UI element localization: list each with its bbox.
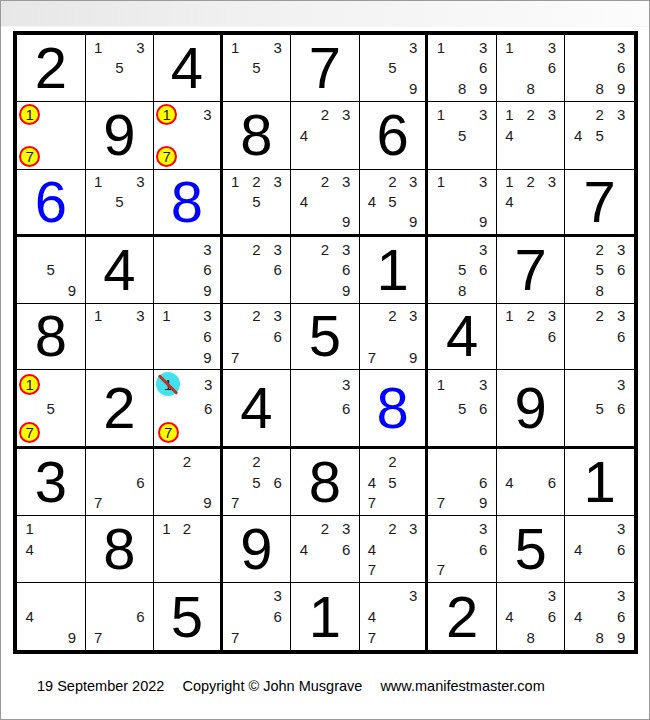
candidate-1: 1 <box>505 40 513 55</box>
cell-r9c6[interactable]: 347 <box>360 583 429 650</box>
cell-r1c9[interactable]: 3689 <box>565 35 634 102</box>
candidate-slot-3: 3 <box>197 104 217 125</box>
candidate-slot-3: 3 <box>541 585 562 606</box>
cell-r6c7[interactable]: 1356 <box>428 370 497 449</box>
candidate-4: 4 <box>368 475 376 490</box>
candidate-slot-7: 7 <box>225 347 246 368</box>
candidate-5: 5 <box>115 194 123 209</box>
candidate-slot-1 <box>88 585 109 606</box>
candidate-slot-2 <box>520 585 541 606</box>
solved-digit: 7 <box>584 173 616 231</box>
candidate-slot-2: 2 <box>589 239 611 260</box>
cell-r2c5[interactable]: 234 <box>291 102 360 170</box>
candidate-slot-6: 6 <box>473 396 494 420</box>
cell-r7c1[interactable]: 3 <box>17 449 86 516</box>
candidate-grid: 139 <box>428 170 496 234</box>
candidate-slot-5 <box>589 58 611 79</box>
candidate-3: 3 <box>203 107 211 122</box>
candidate-slot-2 <box>109 172 130 192</box>
candidate-7: 7 <box>94 495 102 510</box>
candidate-slot-1 <box>499 451 520 472</box>
cell-r8c2[interactable]: 8 <box>86 516 155 583</box>
candidate-grid: 135 <box>86 35 154 101</box>
candidate-slot-9 <box>541 212 562 232</box>
cell-r2c2[interactable]: 9 <box>86 102 155 170</box>
candidate-slot-9: 9 <box>61 280 82 301</box>
candidate-slot-6 <box>403 472 424 493</box>
candidate-6: 6 <box>342 401 350 416</box>
cell-r3c5[interactable]: 2349 <box>291 170 360 237</box>
candidate-grid: 2347 <box>360 516 426 582</box>
cell-r4c9[interactable]: 23568 <box>565 237 634 304</box>
candidate-slot-5 <box>382 539 403 560</box>
cell-r3c4[interactable]: 1235 <box>223 170 292 237</box>
cell-r5c8[interactable]: 1236 <box>497 304 566 371</box>
candidate-slot-6: 6 <box>197 326 218 347</box>
candidate-slot-9: 9 <box>610 78 632 99</box>
candidate-1: 1 <box>437 107 445 122</box>
candidate-slot-2 <box>452 37 473 58</box>
candidate-7: 7 <box>231 630 239 645</box>
cell-r7c4[interactable]: 2567 <box>223 449 292 516</box>
candidate-slot-5 <box>177 472 198 493</box>
candidate-grid: 234 <box>291 102 359 169</box>
candidate-slot-7 <box>430 78 451 99</box>
candidate-grid: 2379 <box>360 304 426 370</box>
candidate-grid: 13689 <box>428 35 496 101</box>
candidate-slot-7 <box>156 280 177 301</box>
candidate-slot-5: 5 <box>382 58 403 79</box>
candidate-slot-7 <box>567 146 589 167</box>
cell-r9c1[interactable]: 49 <box>17 583 86 650</box>
solved-digit: 7 <box>309 39 341 97</box>
cell-r8c4[interactable]: 9 <box>223 516 292 583</box>
cell-r8c5[interactable]: 2346 <box>291 516 360 583</box>
cell-r1c3[interactable]: 4 <box>154 35 223 102</box>
cell-r5c4[interactable]: 2367 <box>223 304 292 371</box>
candidate-6: 6 <box>342 262 350 277</box>
candidate-9: 9 <box>203 283 211 298</box>
cell-r3c6[interactable]: 23459 <box>360 170 429 237</box>
candidate-1-circled: 1 <box>19 374 40 395</box>
candidate-slot-6: 6 <box>473 539 494 560</box>
cell-r3c2[interactable]: 135 <box>86 170 155 237</box>
candidate-slot-4 <box>88 58 109 79</box>
cell-r4c6[interactable]: 1 <box>360 237 429 304</box>
candidate-slot-3: 3 <box>610 306 632 327</box>
candidate-slot-9 <box>336 560 357 581</box>
cell-r1c1[interactable]: 2 <box>17 35 86 102</box>
candidate-slot-8 <box>382 493 403 514</box>
cell-r2c6[interactable]: 6 <box>360 102 429 170</box>
candidate-4: 4 <box>505 194 513 209</box>
candidate-slot-8 <box>382 627 403 648</box>
candidate-slot-6: 6 <box>267 326 288 347</box>
cell-r9c9[interactable]: 34689 <box>565 583 634 650</box>
candidate-3: 3 <box>136 308 144 323</box>
candidate-4: 4 <box>505 475 513 490</box>
cell-r7c7[interactable]: 679 <box>428 449 497 516</box>
candidate-6: 6 <box>617 542 625 557</box>
candidate-3: 3 <box>204 377 212 392</box>
candidate-4: 4 <box>574 128 582 143</box>
candidate-5: 5 <box>115 60 123 75</box>
candidate-slot-5: 5 <box>589 259 611 280</box>
cell-r7c2[interactable]: 67 <box>86 449 155 516</box>
candidate-slot-5: 5 <box>452 259 473 280</box>
candidate-slot-5: 5 <box>452 396 473 420</box>
candidate-slot-7 <box>567 78 589 99</box>
candidate-slot-9 <box>610 146 632 167</box>
candidate-slot-2: 2 <box>314 104 335 125</box>
candidate-slot-3: 3 <box>610 37 632 58</box>
candidate-slot-6 <box>336 192 357 212</box>
candidate-1: 1 <box>505 107 513 122</box>
candidate-6: 6 <box>479 262 487 277</box>
solved-digit: 5 <box>171 588 203 646</box>
cell-r6c2[interactable]: 2 <box>86 370 155 449</box>
candidate-slot-3: 3 <box>473 104 494 125</box>
solved-digit: 9 <box>240 520 272 578</box>
candidate-slot-9: 9 <box>197 280 218 301</box>
candidate-4: 4 <box>300 128 308 143</box>
candidate-slot-4 <box>225 606 246 627</box>
candidate-slot-3: 3 <box>267 37 288 58</box>
cell-r7c3[interactable]: 29 <box>154 449 223 516</box>
candidate-slot-6: 6 <box>336 259 357 280</box>
candidate-slot-6: 6 <box>336 396 357 420</box>
cell-r1c2[interactable]: 135 <box>86 35 155 102</box>
candidate-slot-3: 3 <box>336 172 357 192</box>
candidate-slot-3: 3 <box>403 306 424 327</box>
cell-r7c8[interactable]: 46 <box>497 449 566 516</box>
candidate-grid: 3468 <box>497 583 565 650</box>
candidate-3: 3 <box>548 40 556 55</box>
cell-r2c9[interactable]: 2345 <box>565 102 634 170</box>
candidate-slot-3: 3 <box>541 104 562 125</box>
candidate-slot-1 <box>362 451 383 472</box>
candidate-2: 2 <box>526 174 534 189</box>
cell-r6c4[interactable]: 4 <box>223 370 292 449</box>
candidate-slot-2: 2 <box>589 306 611 327</box>
candidate-grid: 347 <box>360 583 426 650</box>
cell-r1c6[interactable]: 359 <box>360 35 429 102</box>
candidate-2: 2 <box>388 454 396 469</box>
footer-website[interactable]: www.manifestmaster.com <box>380 678 544 694</box>
candidate-grid: 137 <box>154 102 220 169</box>
candidate-grid: 1368 <box>497 35 565 101</box>
candidate-slot-9 <box>130 212 151 232</box>
candidate-8: 8 <box>458 81 466 96</box>
cell-r7c9[interactable]: 1 <box>565 449 634 516</box>
cell-r3c7[interactable]: 139 <box>428 170 497 237</box>
cell-r1c4[interactable]: 135 <box>223 35 292 102</box>
candidate-slot-5 <box>382 606 403 627</box>
candidate-slot-9: 9 <box>197 493 218 514</box>
candidate-1: 1 <box>231 40 239 55</box>
cell-r8c6[interactable]: 2347 <box>360 516 429 583</box>
cell-r5c3[interactable]: 1369 <box>154 304 223 371</box>
candidate-grid: 67 <box>86 449 154 515</box>
candidate-slot-4 <box>430 125 451 146</box>
candidate-slot-7: 7 <box>88 493 109 514</box>
candidate-slot-4 <box>88 606 109 627</box>
candidate-slot-8 <box>314 420 335 444</box>
candidate-grid: 1236 <box>497 304 565 370</box>
cell-r1c5[interactable]: 7 <box>291 35 360 102</box>
candidate-4: 4 <box>300 542 308 557</box>
candidate-9: 9 <box>479 81 487 96</box>
candidate-slot-3: 3 <box>199 372 218 396</box>
candidate-slot-2: 2 <box>520 172 541 192</box>
candidate-slot-7 <box>499 493 520 514</box>
candidate-grid: 29 <box>154 449 220 515</box>
candidate-slot-7 <box>567 627 589 648</box>
candidate-slot-7 <box>293 560 314 581</box>
candidate-slot-8: 8 <box>589 627 611 648</box>
cell-r9c4[interactable]: 367 <box>223 583 292 650</box>
candidate-slot-6: 6 <box>130 606 151 627</box>
candidate-6: 6 <box>479 475 487 490</box>
cell-r6c6[interactable]: 8 <box>360 370 429 449</box>
candidate-slot-1 <box>293 372 314 396</box>
cell-r6c3[interactable]: 1367 <box>154 370 223 449</box>
candidate-9: 9 <box>342 283 350 298</box>
candidate-3: 3 <box>409 588 417 603</box>
cell-r4c5[interactable]: 2369 <box>291 237 360 304</box>
cell-r6c9[interactable]: 356 <box>565 370 634 449</box>
cell-r8c7[interactable]: 367 <box>428 516 497 583</box>
candidate-slot-1 <box>293 518 314 539</box>
candidate-slot-5 <box>452 58 473 79</box>
candidate-3: 3 <box>342 174 350 189</box>
candidate-slot-5 <box>452 472 473 493</box>
cell-r6c5[interactable]: 36 <box>291 370 360 449</box>
candidate-slot-6 <box>403 539 424 560</box>
cell-r4c8[interactable]: 7 <box>497 237 566 304</box>
candidate-slot-5: 5 <box>589 396 611 420</box>
candidate-slot-8 <box>246 78 267 99</box>
cell-r5c1[interactable]: 8 <box>17 304 86 371</box>
candidate-slot-3: 3 <box>403 172 424 192</box>
candidate-1: 1 <box>162 521 170 536</box>
candidate-4: 4 <box>368 194 376 209</box>
candidate-7-circled: 7 <box>19 422 40 443</box>
cell-r6c1[interactable]: 157 <box>17 370 86 449</box>
cell-r5c9[interactable]: 236 <box>565 304 634 371</box>
candidate-9: 9 <box>342 214 350 229</box>
candidate-slot-7 <box>567 560 589 581</box>
cell-r4c7[interactable]: 3568 <box>428 237 497 304</box>
candidate-slot-8 <box>177 493 198 514</box>
candidate-3: 3 <box>548 107 556 122</box>
candidate-grid: 1234 <box>497 102 565 169</box>
candidate-6: 6 <box>136 475 144 490</box>
candidate-slot-8 <box>382 560 403 581</box>
cell-r9c3[interactable]: 5 <box>154 583 223 650</box>
cell-r1c8[interactable]: 1368 <box>497 35 566 102</box>
candidate-3: 3 <box>479 521 487 536</box>
candidate-1: 1 <box>437 174 445 189</box>
cell-r4c1[interactable]: 59 <box>17 237 86 304</box>
candidate-slot-8 <box>40 146 61 167</box>
candidate-slot-2 <box>452 104 473 125</box>
candidate-3: 3 <box>203 242 211 257</box>
cell-r3c9[interactable]: 7 <box>565 170 634 237</box>
candidate-slot-7 <box>88 347 109 368</box>
candidate-slot-7 <box>156 347 177 368</box>
candidate-grid: 236 <box>565 304 634 370</box>
cell-r2c3[interactable]: 137 <box>154 102 223 170</box>
candidate-slot-4: 4 <box>293 125 314 146</box>
cell-r5c2[interactable]: 13 <box>86 304 155 371</box>
candidate-2: 2 <box>252 242 260 257</box>
candidate-7: 7 <box>437 562 445 577</box>
cell-r6c8[interactable]: 9 <box>497 370 566 449</box>
cell-r2c1[interactable]: 17 <box>17 102 86 170</box>
candidate-2: 2 <box>388 521 396 536</box>
cell-r4c2[interactable]: 4 <box>86 237 155 304</box>
candidate-4: 4 <box>25 609 33 624</box>
candidate-slot-5 <box>452 192 473 212</box>
candidate-slot-1: 1 <box>156 372 180 396</box>
candidate-slot-8 <box>589 420 611 444</box>
candidate-slot-3: 3 <box>197 239 218 260</box>
cell-r9c2[interactable]: 67 <box>86 583 155 650</box>
cell-r8c8[interactable]: 5 <box>497 516 566 583</box>
candidate-slot-3: 3 <box>336 104 357 125</box>
candidate-slot-6 <box>541 125 562 146</box>
cell-r8c1[interactable]: 14 <box>17 516 86 583</box>
cell-r1c7[interactable]: 13689 <box>428 35 497 102</box>
candidate-slot-6: 6 <box>473 58 494 79</box>
candidate-slot-3: 3 <box>130 37 151 58</box>
candidate-3: 3 <box>479 242 487 257</box>
candidate-slot-7 <box>567 280 589 301</box>
candidate-slot-7: 7 <box>362 560 383 581</box>
cell-r2c8[interactable]: 1234 <box>497 102 566 170</box>
candidate-slot-7 <box>19 280 40 301</box>
candidate-slot-9 <box>267 627 288 648</box>
cell-r9c7[interactable]: 2 <box>428 583 497 650</box>
cell-r8c9[interactable]: 346 <box>565 516 634 583</box>
solved-digit: 8 <box>35 307 67 365</box>
candidate-8: 8 <box>526 81 534 96</box>
candidate-4: 4 <box>574 609 582 624</box>
candidate-slot-9 <box>130 347 151 368</box>
candidate-slot-6: 6 <box>336 539 357 560</box>
candidate-slot-8: 8 <box>520 78 541 99</box>
candidate-slot-2: 2 <box>382 518 403 539</box>
candidate-grid: 2349 <box>291 170 359 234</box>
candidate-slot-8 <box>177 280 198 301</box>
cell-r5c7[interactable]: 4 <box>428 304 497 371</box>
candidate-slot-5 <box>40 125 61 146</box>
candidate-slot-4 <box>156 326 177 347</box>
cell-r2c4[interactable]: 8 <box>223 102 292 170</box>
candidate-slot-8 <box>246 347 267 368</box>
cell-r3c3[interactable]: 8 <box>154 170 223 237</box>
cell-r8c3[interactable]: 12 <box>154 516 223 583</box>
cell-r3c8[interactable]: 1234 <box>497 170 566 237</box>
candidate-slot-6: 6 <box>473 259 494 280</box>
cell-r4c3[interactable]: 369 <box>154 237 223 304</box>
candidate-2: 2 <box>526 107 534 122</box>
candidate-grid: 36 <box>291 370 359 446</box>
candidate-slot-2 <box>177 306 198 327</box>
candidate-slot-5 <box>40 539 61 560</box>
candidate-slot-2: 2 <box>246 172 267 192</box>
candidate-6: 6 <box>548 609 556 624</box>
candidate-slot-1 <box>225 306 246 327</box>
candidate-slot-9 <box>199 420 218 444</box>
candidate-slot-8 <box>40 420 61 444</box>
candidate-slot-8 <box>177 146 197 167</box>
candidate-slot-1 <box>225 239 246 260</box>
candidate-slot-4: 4 <box>362 606 383 627</box>
candidate-slot-1: 1 <box>499 37 520 58</box>
candidate-3: 3 <box>479 377 487 392</box>
cell-r7c6[interactable]: 2457 <box>360 449 429 516</box>
candidate-grid: 2369 <box>291 237 359 303</box>
candidate-slot-3: 3 <box>403 37 424 58</box>
candidate-slot-5 <box>246 326 267 347</box>
candidate-slot-1 <box>499 585 520 606</box>
candidate-1: 1 <box>94 308 102 323</box>
cell-r9c8[interactable]: 3468 <box>497 583 566 650</box>
cell-r4c4[interactable]: 236 <box>223 237 292 304</box>
candidate-5: 5 <box>388 194 396 209</box>
candidate-slot-6: 6 <box>610 606 632 627</box>
candidate-slot-3: 3 <box>403 585 424 606</box>
cell-r9c5[interactable]: 1 <box>291 583 360 650</box>
candidate-slot-5 <box>177 125 197 146</box>
candidate-slot-8: 8 <box>452 280 473 301</box>
candidate-slot-7 <box>293 420 314 444</box>
candidate-slot-6 <box>61 396 82 420</box>
cell-r5c6[interactable]: 2379 <box>360 304 429 371</box>
candidate-3: 3 <box>617 588 625 603</box>
candidate-slot-1 <box>430 239 451 260</box>
candidate-grid: 1356 <box>428 370 496 446</box>
cell-r7c5[interactable]: 8 <box>291 449 360 516</box>
candidate-slot-4: 4 <box>362 192 383 212</box>
solved-digit: 6 <box>376 106 408 164</box>
candidate-slot-9 <box>541 627 562 648</box>
candidate-slot-8 <box>589 560 611 581</box>
cell-r5c5[interactable]: 5 <box>291 304 360 371</box>
candidate-slot-3: 3 <box>610 518 632 539</box>
candidate-slot-2: 2 <box>382 172 403 192</box>
candidate-slot-4 <box>430 192 451 212</box>
candidate-slot-3: 3 <box>541 37 562 58</box>
candidate-6: 6 <box>273 262 281 277</box>
candidate-slot-8 <box>382 78 403 99</box>
candidate-6: 6 <box>273 609 281 624</box>
candidate-6: 6 <box>273 475 281 490</box>
cell-r2c7[interactable]: 135 <box>428 102 497 170</box>
candidate-slot-7 <box>499 627 520 648</box>
candidate-slot-8 <box>40 560 61 581</box>
candidate-slot-4 <box>156 396 180 420</box>
candidate-slot-7: 7 <box>362 627 383 648</box>
candidate-slot-7 <box>430 212 451 232</box>
candidate-slot-5 <box>314 259 335 280</box>
candidate-slot-5 <box>589 539 611 560</box>
cell-r3c1[interactable]: 6 <box>17 170 86 237</box>
candidate-slot-1 <box>430 451 451 472</box>
candidate-slot-7 <box>293 146 314 167</box>
